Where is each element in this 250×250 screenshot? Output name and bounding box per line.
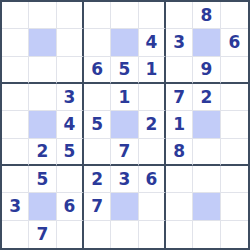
cell-r5c4[interactable]: 5 [84,111,111,138]
cell-r8c3[interactable]: 6 [57,193,84,220]
cell-r4c7[interactable]: 7 [166,84,193,111]
cell-r4c6[interactable] [139,84,166,111]
cell-r4c4[interactable] [84,84,111,111]
cell-r9c8[interactable] [193,221,220,248]
cell-r3c1[interactable] [2,57,29,84]
sudoku-board: 8436651931724521257852363677 [0,0,250,250]
cell-r7c5[interactable]: 3 [111,166,138,193]
cell-r8c2[interactable] [29,193,56,220]
cell-r9c2[interactable]: 7 [29,221,56,248]
cell-r1c9[interactable] [221,2,248,29]
cell-r8c1[interactable]: 3 [2,193,29,220]
cell-r1c7[interactable] [166,2,193,29]
cell-r7c3[interactable] [57,166,84,193]
cell-r4c1[interactable] [2,84,29,111]
cell-r4c9[interactable] [221,84,248,111]
cell-r2c8[interactable] [193,29,220,56]
cell-r7c7[interactable] [166,166,193,193]
cell-r9c1[interactable] [2,221,29,248]
cell-r5c3[interactable]: 4 [57,111,84,138]
cell-r8c8[interactable] [193,193,220,220]
cell-r2c4[interactable] [84,29,111,56]
cell-r7c8[interactable] [193,166,220,193]
cell-r5c5[interactable] [111,111,138,138]
cell-r6c9[interactable] [221,139,248,166]
cell-r6c4[interactable] [84,139,111,166]
cell-r6c8[interactable] [193,139,220,166]
cell-r6c6[interactable] [139,139,166,166]
cell-r6c3[interactable]: 5 [57,139,84,166]
cell-r7c9[interactable] [221,166,248,193]
cell-r9c3[interactable] [57,221,84,248]
cell-r1c1[interactable] [2,2,29,29]
cell-r9c5[interactable] [111,221,138,248]
sudoku-app: 8436651931724521257852363677 [0,0,250,250]
cell-r2c6[interactable]: 4 [139,29,166,56]
cell-r6c1[interactable] [2,139,29,166]
cell-r9c6[interactable] [139,221,166,248]
cell-r5c8[interactable] [193,111,220,138]
cell-r5c9[interactable] [221,111,248,138]
cell-r3c7[interactable] [166,57,193,84]
cell-r3c9[interactable] [221,57,248,84]
cell-r5c6[interactable]: 2 [139,111,166,138]
cell-r9c4[interactable] [84,221,111,248]
cell-r8c4[interactable]: 7 [84,193,111,220]
cell-r2c3[interactable] [57,29,84,56]
cell-r3c5[interactable]: 5 [111,57,138,84]
cell-r8c7[interactable] [166,193,193,220]
cell-r6c5[interactable]: 7 [111,139,138,166]
cell-r2c9[interactable]: 6 [221,29,248,56]
cell-r1c2[interactable] [29,2,56,29]
cell-r4c8[interactable]: 2 [193,84,220,111]
cell-r1c5[interactable] [111,2,138,29]
cell-r3c4[interactable]: 6 [84,57,111,84]
cell-r7c2[interactable]: 5 [29,166,56,193]
cell-r4c2[interactable] [29,84,56,111]
cell-r7c6[interactable]: 6 [139,166,166,193]
cell-r2c7[interactable]: 3 [166,29,193,56]
cell-r6c7[interactable]: 8 [166,139,193,166]
cell-r5c7[interactable]: 1 [166,111,193,138]
cell-r6c2[interactable]: 2 [29,139,56,166]
cell-r3c2[interactable] [29,57,56,84]
cell-r3c8[interactable]: 9 [193,57,220,84]
cell-r8c9[interactable] [221,193,248,220]
cell-r3c3[interactable] [57,57,84,84]
cell-r5c2[interactable] [29,111,56,138]
cell-r9c9[interactable] [221,221,248,248]
cell-r5c1[interactable] [2,111,29,138]
cell-r3c6[interactable]: 1 [139,57,166,84]
cell-r2c5[interactable] [111,29,138,56]
cell-r4c3[interactable]: 3 [57,84,84,111]
cell-r8c5[interactable] [111,193,138,220]
cell-r8c6[interactable] [139,193,166,220]
cell-r4c5[interactable]: 1 [111,84,138,111]
cell-r7c4[interactable]: 2 [84,166,111,193]
cell-r1c4[interactable] [84,2,111,29]
cell-r1c8[interactable]: 8 [193,2,220,29]
cell-r1c3[interactable] [57,2,84,29]
cell-r9c7[interactable] [166,221,193,248]
cell-r2c1[interactable] [2,29,29,56]
cell-r2c2[interactable] [29,29,56,56]
cell-r1c6[interactable] [139,2,166,29]
cell-r7c1[interactable] [2,166,29,193]
